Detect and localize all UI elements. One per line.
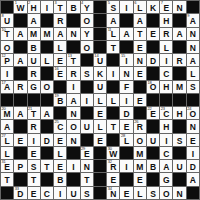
cell-r15c12[interactable]: S	[147, 187, 159, 199]
cell-r11c13[interactable]: I	[160, 134, 172, 146]
cell-r4c13[interactable]: L	[160, 41, 172, 53]
cell-r8c8[interactable]: L	[94, 94, 106, 106]
black-cell-r12c8	[94, 147, 106, 159]
cell-r12c11[interactable]: M	[134, 147, 146, 159]
cell-letter: D	[44, 136, 50, 145]
black-cell-r8c13	[160, 94, 172, 106]
cell-letter: C	[57, 123, 63, 132]
cell-r7c6[interactable]: I	[67, 81, 79, 93]
black-cell-r8c3	[28, 94, 40, 106]
cell-letter: L	[137, 189, 142, 198]
cell-r15c14[interactable]: N	[173, 187, 185, 199]
cell-r5c8[interactable]: 14U	[94, 54, 106, 66]
cell-r13c2[interactable]: P	[14, 160, 26, 172]
cell-r2c9[interactable]: A	[107, 14, 119, 26]
cell-r14c3[interactable]: T	[28, 173, 40, 185]
cell-letter: N	[123, 70, 129, 79]
cell-r11c3[interactable]: I	[28, 134, 40, 146]
clue-number: 3	[55, 1, 57, 5]
cell-letter: A	[70, 96, 76, 105]
cell-letter: I	[125, 3, 127, 12]
cell-r4c7[interactable]: O	[81, 41, 93, 53]
black-cell-r4c14	[173, 41, 185, 53]
cell-letter: R	[17, 83, 23, 92]
black-cell-r10c12	[147, 120, 159, 132]
cell-r6c3[interactable]: R	[28, 67, 40, 79]
cell-r6c10[interactable]: N	[120, 67, 132, 79]
cell-letter: P	[4, 56, 10, 65]
cell-r15c11[interactable]: L	[134, 187, 146, 199]
cell-r13c3[interactable]: S	[28, 160, 40, 172]
cell-r4c15[interactable]: N	[187, 41, 199, 53]
cell-letter: R	[31, 70, 37, 79]
cell-letter: N	[70, 30, 76, 39]
cell-letter: L	[97, 123, 102, 132]
cell-letter: B	[31, 43, 37, 52]
cell-r1c12[interactable]: K	[147, 1, 159, 13]
cell-r6c13[interactable]: C	[160, 67, 172, 79]
cell-letter: S	[84, 189, 90, 198]
cell-letter: O	[70, 123, 77, 132]
black-cell-r8c12	[147, 94, 159, 106]
cell-letter: R	[110, 163, 116, 172]
cell-r13c4[interactable]: T	[41, 160, 53, 172]
cell-r5c3[interactable]: U	[28, 54, 40, 66]
cell-r15c9[interactable]: 34N	[107, 187, 119, 199]
cell-r15c2[interactable]: 33D	[14, 187, 26, 199]
cell-r3c7[interactable]: Y	[81, 28, 93, 40]
cell-r12c1[interactable]: L	[1, 147, 13, 159]
black-cell-r8c1	[1, 94, 13, 106]
cell-letter: L	[44, 56, 49, 65]
cell-r11c6[interactable]: N	[67, 134, 79, 146]
cell-r14c1[interactable]: T	[1, 173, 13, 185]
black-cell-r2c12	[147, 14, 159, 26]
cell-r1c4[interactable]: I	[41, 1, 53, 13]
black-cell-r4c4	[41, 41, 53, 53]
cell-r12c15[interactable]: I	[187, 147, 199, 159]
cell-letter: A	[137, 17, 143, 26]
cell-r6c6[interactable]: R	[67, 67, 79, 79]
cell-r4c1[interactable]: O	[1, 41, 13, 53]
cell-letter: E	[150, 110, 156, 119]
cell-r8c5[interactable]: 19B	[54, 94, 66, 106]
cell-r13c12[interactable]: B	[147, 160, 159, 172]
cell-letter: R	[163, 30, 169, 39]
cell-r11c8[interactable]: E	[94, 134, 106, 146]
cell-r3c5[interactable]: A	[54, 28, 66, 40]
crossword-grid: 1W2HI3TB4Y5SI6LK7EN8UAROAAH9A10TAMMANY11…	[0, 0, 200, 200]
cell-r3c6[interactable]: N	[67, 28, 79, 40]
cell-r7c8[interactable]: U	[94, 81, 106, 93]
cell-r12c9[interactable]: 30W	[107, 147, 119, 159]
cell-r7c15[interactable]: S	[187, 81, 199, 93]
clue-number: 5	[108, 1, 110, 5]
cell-r3c4[interactable]: M	[41, 28, 53, 40]
cell-letter: Y	[84, 30, 90, 39]
cell-r3c2[interactable]: A	[14, 28, 26, 40]
cell-r14c11[interactable]: E	[134, 173, 146, 185]
cell-letter: A	[57, 30, 63, 39]
cell-letter: P	[18, 163, 24, 172]
black-cell-r4c2	[14, 41, 26, 53]
black-cell-r4c8	[94, 41, 106, 53]
cell-r1c13[interactable]: 7E	[160, 1, 172, 13]
cell-letter: S	[177, 136, 183, 145]
cell-r9c10[interactable]: D	[120, 107, 132, 119]
cell-r13c15[interactable]: D	[187, 160, 199, 172]
cell-letter: A	[4, 123, 10, 132]
cell-letter: E	[31, 189, 37, 198]
black-cell-r1c15	[187, 1, 199, 13]
cell-r5c1[interactable]: 12P	[1, 54, 13, 66]
cell-letter: L	[111, 30, 116, 39]
cell-letter: A	[110, 17, 116, 26]
black-cell-r5c9	[107, 54, 119, 66]
cell-letter: M	[136, 163, 143, 172]
cell-r5c4[interactable]: L	[41, 54, 53, 66]
cell-letter: N	[84, 163, 90, 172]
black-cell-r14c8	[94, 173, 106, 185]
black-cell-r4c12	[147, 41, 159, 53]
cell-r10c11[interactable]: 26R	[134, 120, 146, 132]
black-cell-r7c9	[107, 81, 119, 93]
cell-r15c10[interactable]: E	[120, 187, 132, 199]
cell-letter: A	[163, 163, 169, 172]
cell-letter: N	[137, 56, 143, 65]
cell-letter: U	[4, 17, 10, 26]
cell-r14c7[interactable]: T	[81, 173, 93, 185]
cell-r1c5[interactable]: 3T	[54, 1, 66, 13]
cell-r13c6[interactable]: I	[67, 160, 79, 172]
cell-r3c9[interactable]: 11L	[107, 28, 119, 40]
cell-r9c12[interactable]: 22E	[147, 107, 159, 119]
cell-r2c5[interactable]: R	[54, 14, 66, 26]
cell-letter: E	[137, 70, 143, 79]
black-cell-r14c6	[67, 173, 79, 185]
cell-letter: O	[163, 189, 170, 198]
cell-r11c10[interactable]: 28L	[120, 134, 132, 146]
cell-r14c5[interactable]: B	[54, 173, 66, 185]
cell-r11c15[interactable]: E	[187, 134, 199, 146]
cell-letter: N	[110, 189, 116, 198]
black-cell-r11c9	[107, 134, 119, 146]
cell-r11c14[interactable]: S	[173, 134, 185, 146]
cell-r5c2[interactable]: A	[14, 54, 26, 66]
black-cell-r10c14	[173, 120, 185, 132]
cell-r15c5[interactable]: I	[54, 187, 66, 199]
cell-r6c8[interactable]: K	[94, 67, 106, 79]
cell-r4c5[interactable]: L	[54, 41, 66, 53]
cell-letter: U	[150, 136, 156, 145]
cell-r12c13[interactable]: C	[160, 147, 172, 159]
black-cell-r5c7	[81, 54, 93, 66]
cell-r1c14[interactable]: N	[173, 1, 185, 13]
black-cell-r6c12	[147, 67, 159, 79]
cell-r9c15[interactable]: 24O	[187, 107, 199, 119]
black-cell-r12c6	[67, 147, 79, 159]
cell-r11c12[interactable]: U	[147, 134, 159, 146]
cell-letter: A	[31, 17, 37, 26]
cell-r13c7[interactable]: N	[81, 160, 93, 172]
cell-letter: K	[97, 70, 103, 79]
cell-letter: L	[58, 43, 63, 52]
cell-r15c6[interactable]: U	[67, 187, 79, 199]
cell-r1c10[interactable]: I	[120, 1, 132, 13]
cell-r12c3[interactable]: E	[28, 147, 40, 159]
cell-r9c2[interactable]: A	[14, 107, 26, 119]
cell-r5c12[interactable]: D	[147, 54, 159, 66]
cell-r15c3[interactable]: E	[28, 187, 40, 199]
cell-r1c9[interactable]: 5S	[107, 1, 119, 13]
cell-r2c3[interactable]: A	[28, 14, 40, 26]
cell-letter: L	[5, 136, 10, 145]
cell-r7c14[interactable]: M	[173, 81, 185, 93]
cell-r10c6[interactable]: O	[67, 120, 79, 132]
cell-letter: L	[111, 96, 116, 105]
cell-letter: H	[31, 3, 37, 12]
cell-letter: E	[97, 110, 103, 119]
cell-r14c13[interactable]: G	[160, 173, 172, 185]
cell-r9c1[interactable]: 20M	[1, 107, 13, 119]
cell-r13c9[interactable]: 32R	[107, 160, 119, 172]
cell-r3c3[interactable]: M	[28, 28, 40, 40]
cell-r3c1[interactable]: 10T	[1, 28, 13, 40]
cell-r8c7[interactable]: I	[81, 94, 93, 106]
cell-r14c15[interactable]: A	[187, 173, 199, 185]
cell-r6c7[interactable]: S	[81, 67, 93, 79]
cell-letter: E	[57, 70, 63, 79]
cell-letter: D	[150, 56, 156, 65]
cell-letter: O	[150, 83, 157, 92]
black-cell-r14c14	[173, 173, 185, 185]
cell-letter: A	[44, 110, 50, 119]
cell-r7c10[interactable]: F	[120, 81, 132, 93]
cell-r13c5[interactable]: E	[54, 160, 66, 172]
cell-r15c13[interactable]: O	[160, 187, 172, 199]
cell-r4c9[interactable]: T	[107, 41, 119, 53]
black-cell-r2c2	[14, 14, 26, 26]
cell-letter: A	[17, 30, 23, 39]
black-cell-r13c8	[94, 160, 106, 172]
cell-r6c15[interactable]: L	[187, 67, 199, 79]
cell-letter: O	[4, 43, 11, 52]
cell-r5c10[interactable]: 15I	[120, 54, 132, 66]
cell-r5c15[interactable]: A	[187, 54, 199, 66]
cell-letter: T	[31, 176, 36, 185]
cell-r1c2[interactable]: 1W	[14, 1, 26, 13]
cell-letter: B	[57, 96, 63, 105]
cell-letter: M	[4, 110, 11, 119]
cell-letter: E	[97, 136, 103, 145]
cell-r11c2[interactable]: E	[14, 134, 26, 146]
cell-letter: M	[136, 149, 143, 158]
cell-r3c14[interactable]: A	[173, 28, 185, 40]
cell-r3c12[interactable]: E	[147, 28, 159, 40]
cell-r8c10[interactable]: I	[120, 94, 132, 106]
cell-letter: T	[31, 110, 36, 119]
cell-r9c3[interactable]: 21T	[28, 107, 40, 119]
cell-r13c10[interactable]: I	[120, 160, 132, 172]
cell-letter: I	[72, 83, 74, 92]
cell-letter: F	[124, 83, 129, 92]
cell-r2c7[interactable]: O	[81, 14, 93, 26]
black-cell-r1c8	[94, 1, 106, 13]
cell-r14c9[interactable]: E	[107, 173, 119, 185]
cell-r3c11[interactable]: T	[134, 28, 146, 40]
cell-letter: D	[123, 110, 129, 119]
cell-letter: E	[137, 43, 143, 52]
cell-r2c11[interactable]: A	[134, 14, 146, 26]
cell-r1c11[interactable]: 6L	[134, 1, 146, 13]
cell-r2c15[interactable]: 9A	[187, 14, 199, 26]
cell-r6c1[interactable]: I	[1, 67, 13, 79]
cell-letter: T	[111, 43, 116, 52]
cell-letter: Y	[84, 3, 90, 12]
cell-letter: I	[46, 3, 48, 12]
cell-r2c13[interactable]: H	[160, 14, 172, 26]
cell-letter: A	[123, 30, 129, 39]
cell-r7c4[interactable]: O	[41, 81, 53, 93]
cell-r10c10[interactable]: E	[120, 120, 132, 132]
clue-number: 6	[134, 1, 136, 5]
cell-r9c13[interactable]: 23C	[160, 107, 172, 119]
cell-r13c1[interactable]: 31E	[1, 160, 13, 172]
cell-letter: I	[32, 136, 34, 145]
cell-r7c2[interactable]: R	[14, 81, 26, 93]
clue-number: 4	[81, 1, 83, 5]
cell-r3c10[interactable]: A	[120, 28, 132, 40]
cell-r13c11[interactable]: M	[134, 160, 146, 172]
cell-r7c13[interactable]: H	[160, 81, 172, 93]
cell-r10c8[interactable]: L	[94, 120, 106, 132]
cell-letter: T	[5, 176, 10, 185]
cell-r7c12[interactable]: 18O	[147, 81, 159, 93]
cell-r11c5[interactable]: E	[54, 134, 66, 146]
cell-letter: L	[5, 149, 10, 158]
cell-letter: A	[177, 30, 183, 39]
cell-r10c13[interactable]: H	[160, 120, 172, 132]
cell-letter: A	[4, 83, 10, 92]
cell-r6c9[interactable]: I	[107, 67, 119, 79]
cell-r12c5[interactable]: L	[54, 147, 66, 159]
cell-letter: W	[109, 149, 117, 158]
black-cell-r2c4	[41, 14, 53, 26]
cell-r8c6[interactable]: A	[67, 94, 79, 106]
cell-r7c1[interactable]: 17A	[1, 81, 13, 93]
cell-letter: T	[137, 30, 142, 39]
cell-letter: I	[125, 56, 127, 65]
cell-letter: E	[190, 136, 196, 145]
cell-r10c15[interactable]: N	[187, 120, 199, 132]
cell-letter: E	[124, 123, 130, 132]
cell-letter: A	[17, 56, 23, 65]
cell-r3c15[interactable]: N	[187, 28, 199, 40]
black-cell-r9c9	[107, 107, 119, 119]
cell-r7c3[interactable]: G	[28, 81, 40, 93]
cell-letter: E	[31, 149, 37, 158]
cell-letter: I	[165, 56, 167, 65]
cell-r9c4[interactable]: A	[41, 107, 53, 119]
cell-letter: N	[177, 189, 183, 198]
cell-letter: H	[177, 110, 183, 119]
cell-r4c3[interactable]: B	[28, 41, 40, 53]
cell-letter: I	[125, 163, 127, 172]
cell-r10c5[interactable]: 25C	[54, 120, 66, 132]
black-cell-r2c6	[67, 14, 79, 26]
cell-r8c9[interactable]: L	[107, 94, 119, 106]
cell-letter: O	[83, 43, 90, 52]
cell-letter: L	[124, 136, 129, 145]
cell-r9c14[interactable]: H	[173, 107, 185, 119]
cell-letter: L	[97, 96, 102, 105]
cell-r13c14[interactable]: U	[173, 160, 185, 172]
cell-r11c4[interactable]: D	[41, 134, 53, 146]
cell-letter: H	[163, 83, 169, 92]
cell-letter: I	[165, 136, 167, 145]
cell-r3c13[interactable]: R	[160, 28, 172, 40]
black-cell-r14c12	[147, 173, 159, 185]
cell-r12c7[interactable]: 29E	[81, 147, 93, 159]
cell-r1c3[interactable]: 2H	[28, 1, 40, 13]
cell-letter: E	[57, 56, 63, 65]
cell-r10c3[interactable]: R	[28, 120, 40, 132]
cell-r10c9[interactable]: T	[107, 120, 119, 132]
cell-letter: T	[5, 30, 10, 39]
cell-r6c5[interactable]: 16E	[54, 67, 66, 79]
cell-r9c6[interactable]: N	[67, 107, 79, 119]
cell-letter: E	[4, 163, 10, 172]
cell-r13c13[interactable]: A	[160, 160, 172, 172]
black-cell-r4c10	[120, 41, 132, 53]
cell-letter: R	[177, 56, 183, 65]
cell-r10c7[interactable]: U	[81, 120, 93, 132]
cell-r15c7[interactable]: S	[81, 187, 93, 199]
cell-r15c4[interactable]: C	[41, 187, 53, 199]
cell-letter: H	[163, 123, 169, 132]
cell-r10c1[interactable]: A	[1, 120, 13, 132]
cell-letter: B	[57, 176, 63, 185]
cell-letter: E	[150, 30, 156, 39]
cell-r8c11[interactable]: E	[134, 94, 146, 106]
cell-letter: U	[177, 163, 183, 172]
cell-letter: N	[190, 123, 196, 132]
cell-r5c5[interactable]: E	[54, 54, 66, 66]
cell-r5c14[interactable]: R	[173, 54, 185, 66]
cell-letter: R	[31, 123, 37, 132]
cell-r5c6[interactable]: 13T	[67, 54, 79, 66]
cell-r5c13[interactable]: I	[160, 54, 172, 66]
black-cell-r12c4	[41, 147, 53, 159]
cell-r6c11[interactable]: E	[134, 67, 146, 79]
cell-r2c1[interactable]: 8U	[1, 14, 13, 26]
cell-r5c11[interactable]: N	[134, 54, 146, 66]
cell-letter: G	[30, 83, 37, 92]
cell-letter: A	[190, 17, 196, 26]
cell-r9c8[interactable]: E	[94, 107, 106, 119]
cell-r1c6[interactable]: B	[67, 1, 79, 13]
cell-r4c11[interactable]: E	[134, 41, 146, 53]
black-cell-r11c7	[81, 134, 93, 146]
black-cell-r8c15	[187, 94, 199, 106]
cell-letter: O	[190, 110, 197, 119]
black-cell-r10c4	[41, 120, 53, 132]
cell-r1c7[interactable]: 4Y	[81, 1, 93, 13]
cell-letter: U	[97, 56, 103, 65]
cell-r11c1[interactable]: 27L	[1, 134, 13, 146]
black-cell-r7c5	[54, 81, 66, 93]
cell-r11c11[interactable]: O	[134, 134, 146, 146]
